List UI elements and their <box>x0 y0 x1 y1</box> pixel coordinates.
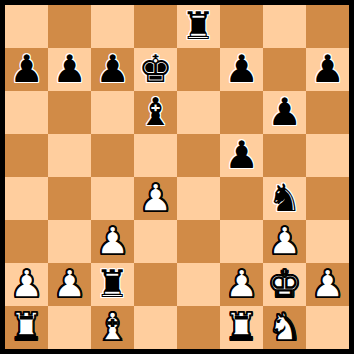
square-f2[interactable]: ♟ <box>220 263 263 306</box>
white-rook-piece: ♜ <box>9 308 43 346</box>
square-a6[interactable] <box>5 91 48 134</box>
white-knight-piece: ♞ <box>267 308 301 346</box>
square-e4[interactable] <box>177 177 220 220</box>
black-rook-piece: ♜ <box>181 7 215 45</box>
square-c8[interactable] <box>91 5 134 48</box>
square-h2[interactable]: ♟ <box>306 263 349 306</box>
square-c3[interactable]: ♟ <box>91 220 134 263</box>
square-b7[interactable]: ♟ <box>48 48 91 91</box>
square-f5[interactable]: ♟ <box>220 134 263 177</box>
square-h1[interactable] <box>306 306 349 349</box>
square-g4[interactable]: ♞ <box>263 177 306 220</box>
square-e3[interactable] <box>177 220 220 263</box>
black-rook-piece: ♜ <box>95 265 129 303</box>
square-d7[interactable]: ♚ <box>134 48 177 91</box>
square-a8[interactable] <box>5 5 48 48</box>
square-b6[interactable] <box>48 91 91 134</box>
square-h3[interactable] <box>306 220 349 263</box>
black-pawn-piece: ♟ <box>95 50 129 88</box>
black-pawn-piece: ♟ <box>310 50 344 88</box>
square-a4[interactable] <box>5 177 48 220</box>
square-e6[interactable] <box>177 91 220 134</box>
square-h6[interactable] <box>306 91 349 134</box>
square-b3[interactable] <box>48 220 91 263</box>
white-pawn-piece: ♟ <box>138 179 172 217</box>
black-knight-piece: ♞ <box>267 179 301 217</box>
black-king-piece: ♚ <box>138 50 172 88</box>
chess-board-frame: ♜♟♟♟♚♟♟♝♟♟♟♞♟♟♟♟♜♟♚♟♜♝♜♞ <box>0 0 354 354</box>
white-pawn-piece: ♟ <box>95 222 129 260</box>
white-pawn-piece: ♟ <box>52 265 86 303</box>
square-f7[interactable]: ♟ <box>220 48 263 91</box>
square-d8[interactable] <box>134 5 177 48</box>
square-b2[interactable]: ♟ <box>48 263 91 306</box>
square-e1[interactable] <box>177 306 220 349</box>
square-a2[interactable]: ♟ <box>5 263 48 306</box>
square-c4[interactable] <box>91 177 134 220</box>
square-g8[interactable] <box>263 5 306 48</box>
square-h5[interactable] <box>306 134 349 177</box>
square-e8[interactable]: ♜ <box>177 5 220 48</box>
square-d4[interactable]: ♟ <box>134 177 177 220</box>
square-e7[interactable] <box>177 48 220 91</box>
square-e2[interactable] <box>177 263 220 306</box>
square-g7[interactable] <box>263 48 306 91</box>
square-d2[interactable] <box>134 263 177 306</box>
square-f6[interactable] <box>220 91 263 134</box>
black-pawn-piece: ♟ <box>9 50 43 88</box>
square-g1[interactable]: ♞ <box>263 306 306 349</box>
white-king-piece: ♚ <box>267 265 301 303</box>
square-f4[interactable] <box>220 177 263 220</box>
square-h4[interactable] <box>306 177 349 220</box>
square-c5[interactable] <box>91 134 134 177</box>
square-a3[interactable] <box>5 220 48 263</box>
square-h7[interactable]: ♟ <box>306 48 349 91</box>
square-f8[interactable] <box>220 5 263 48</box>
white-pawn-piece: ♟ <box>267 222 301 260</box>
square-d6[interactable]: ♝ <box>134 91 177 134</box>
black-pawn-piece: ♟ <box>267 93 301 131</box>
square-h8[interactable] <box>306 5 349 48</box>
black-pawn-piece: ♟ <box>52 50 86 88</box>
white-rook-piece: ♜ <box>224 308 258 346</box>
white-pawn-piece: ♟ <box>310 265 344 303</box>
black-bishop-piece: ♝ <box>138 93 172 131</box>
square-a7[interactable]: ♟ <box>5 48 48 91</box>
square-g5[interactable] <box>263 134 306 177</box>
square-b8[interactable] <box>48 5 91 48</box>
square-d1[interactable] <box>134 306 177 349</box>
square-d3[interactable] <box>134 220 177 263</box>
square-c6[interactable] <box>91 91 134 134</box>
square-c7[interactable]: ♟ <box>91 48 134 91</box>
square-b1[interactable] <box>48 306 91 349</box>
black-pawn-piece: ♟ <box>224 50 258 88</box>
square-g6[interactable]: ♟ <box>263 91 306 134</box>
white-pawn-piece: ♟ <box>9 265 43 303</box>
square-g2[interactable]: ♚ <box>263 263 306 306</box>
square-c2[interactable]: ♜ <box>91 263 134 306</box>
square-f1[interactable]: ♜ <box>220 306 263 349</box>
square-g3[interactable]: ♟ <box>263 220 306 263</box>
white-bishop-piece: ♝ <box>95 308 129 346</box>
square-d5[interactable] <box>134 134 177 177</box>
square-a1[interactable]: ♜ <box>5 306 48 349</box>
black-pawn-piece: ♟ <box>224 136 258 174</box>
square-e5[interactable] <box>177 134 220 177</box>
chess-board: ♜♟♟♟♚♟♟♝♟♟♟♞♟♟♟♟♜♟♚♟♜♝♜♞ <box>5 5 349 349</box>
square-b5[interactable] <box>48 134 91 177</box>
square-f3[interactable] <box>220 220 263 263</box>
square-c1[interactable]: ♝ <box>91 306 134 349</box>
square-a5[interactable] <box>5 134 48 177</box>
square-b4[interactable] <box>48 177 91 220</box>
white-pawn-piece: ♟ <box>224 265 258 303</box>
